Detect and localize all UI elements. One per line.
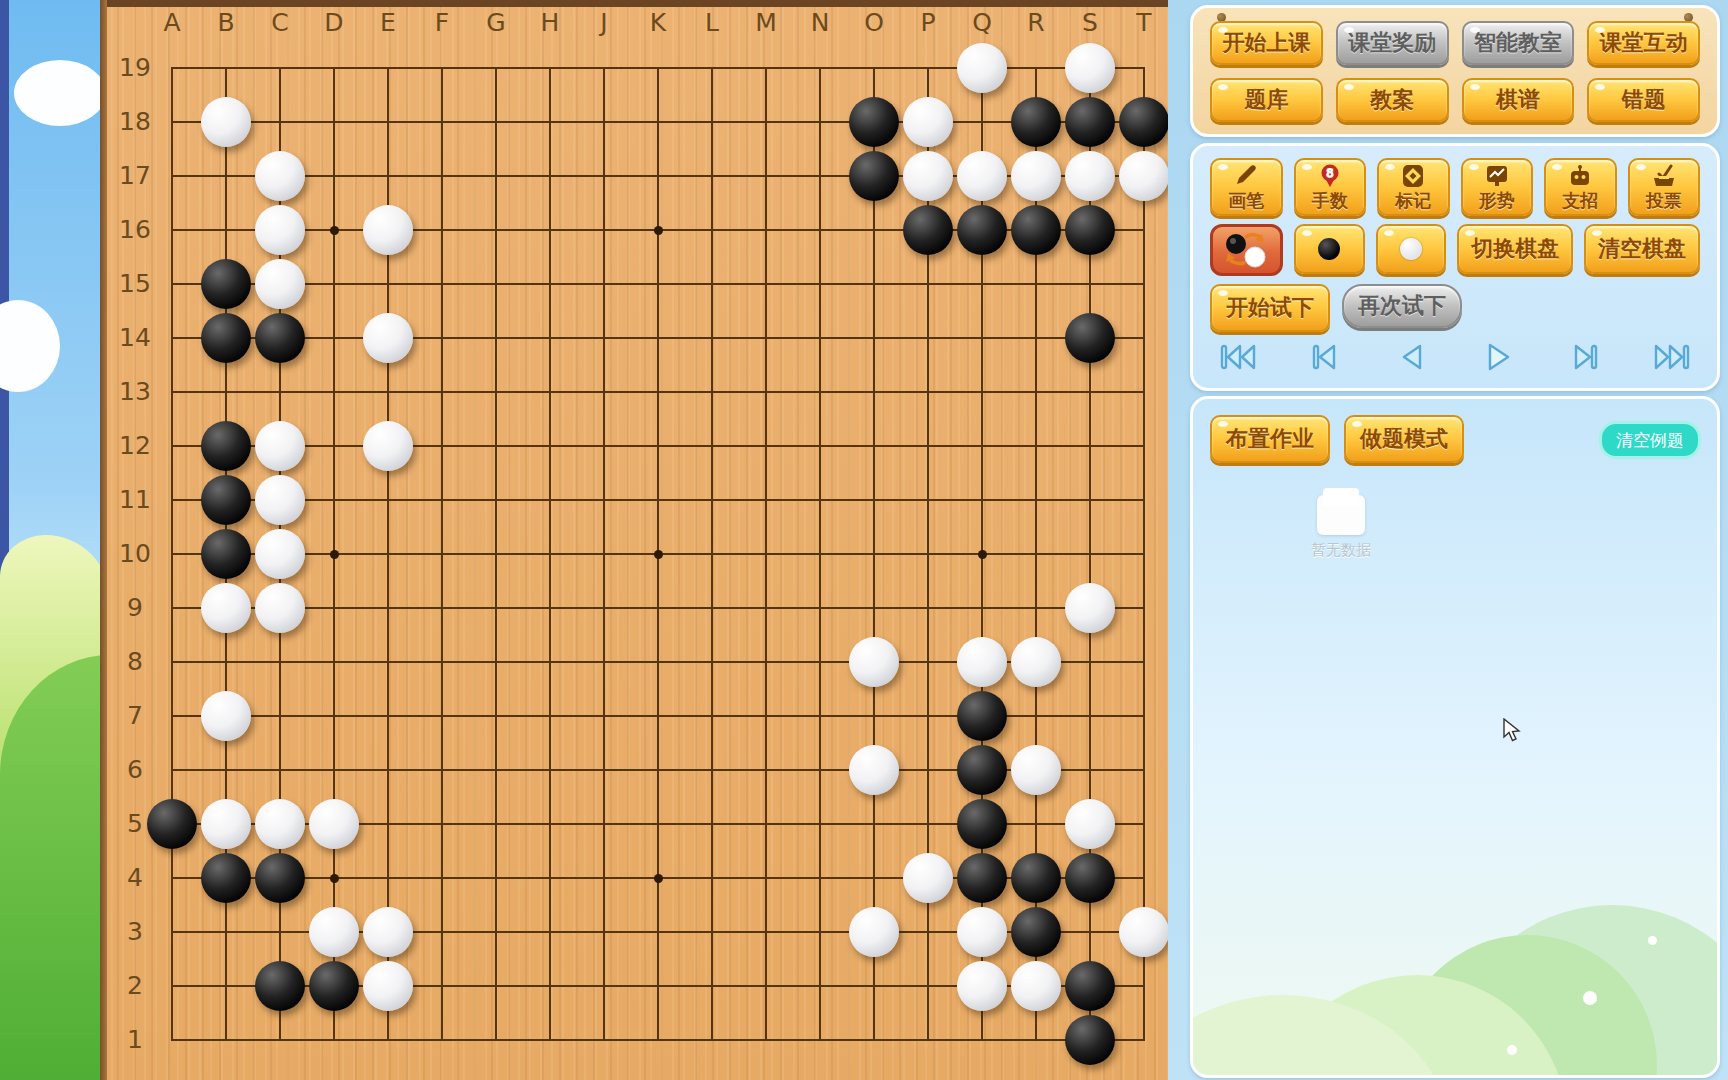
marker-icon bbox=[1400, 164, 1426, 188]
go-stone[interactable] bbox=[1065, 583, 1115, 633]
go-stone[interactable] bbox=[255, 313, 305, 363]
mouse-cursor bbox=[1502, 718, 1522, 742]
go-stone[interactable] bbox=[957, 43, 1007, 93]
board-label: 8 bbox=[112, 647, 158, 676]
go-stone[interactable] bbox=[1011, 961, 1061, 1011]
go-stone[interactable] bbox=[957, 799, 1007, 849]
go-stone[interactable] bbox=[201, 529, 251, 579]
go-stone[interactable] bbox=[957, 691, 1007, 741]
go-stone[interactable] bbox=[1065, 853, 1115, 903]
go-stone[interactable] bbox=[957, 961, 1007, 1011]
svg-text:8: 8 bbox=[1326, 166, 1334, 180]
move-number-button[interactable]: 8 手数 bbox=[1294, 158, 1367, 216]
board-label: R bbox=[1016, 8, 1056, 37]
board-label: T bbox=[1124, 8, 1164, 37]
go-stone[interactable] bbox=[1065, 799, 1115, 849]
board-label: S bbox=[1070, 8, 1110, 37]
go-stone[interactable] bbox=[363, 961, 413, 1011]
board-label: 2 bbox=[112, 971, 158, 1000]
board-label: E bbox=[368, 8, 408, 37]
lesson-plan-button[interactable]: 教案 bbox=[1336, 78, 1449, 122]
go-stone[interactable] bbox=[1011, 97, 1061, 147]
pencil-icon bbox=[1233, 164, 1259, 188]
board-label: 13 bbox=[112, 377, 158, 406]
star-point bbox=[978, 550, 987, 559]
go-stone[interactable] bbox=[957, 853, 1007, 903]
go-stone[interactable] bbox=[147, 799, 197, 849]
board-label: C bbox=[260, 8, 300, 37]
go-stone[interactable] bbox=[957, 151, 1007, 201]
go-stone[interactable] bbox=[201, 475, 251, 525]
board-label: F bbox=[422, 8, 462, 37]
board-label: L bbox=[692, 8, 732, 37]
go-stone[interactable] bbox=[363, 313, 413, 363]
board-label: A bbox=[152, 8, 192, 37]
go-stone[interactable] bbox=[903, 151, 953, 201]
board-label: M bbox=[746, 8, 786, 37]
star-point bbox=[330, 550, 339, 559]
board-label: 18 bbox=[112, 107, 158, 136]
star-point bbox=[654, 874, 663, 883]
cloud-shape bbox=[0, 300, 60, 392]
wrong-problem-button[interactable]: 错题 bbox=[1587, 78, 1700, 122]
swap-stone-color-button[interactable] bbox=[1210, 224, 1283, 276]
go-stone[interactable] bbox=[255, 259, 305, 309]
go-stone[interactable] bbox=[957, 637, 1007, 687]
territory-button[interactable]: 形势 bbox=[1461, 158, 1534, 216]
bush-dot bbox=[1507, 1045, 1517, 1055]
go-stone[interactable] bbox=[309, 961, 359, 1011]
board-label: 14 bbox=[112, 323, 158, 352]
go-stone[interactable] bbox=[1065, 151, 1115, 201]
no-data-icon bbox=[1317, 495, 1365, 535]
go-stone[interactable] bbox=[957, 205, 1007, 255]
go-stone[interactable] bbox=[255, 421, 305, 471]
go-stone[interactable] bbox=[1011, 151, 1061, 201]
skip-to-start-button[interactable] bbox=[1219, 342, 1259, 372]
board-label: P bbox=[908, 8, 948, 37]
go-stone[interactable] bbox=[849, 907, 899, 957]
swap-colors-icon bbox=[1222, 231, 1270, 269]
black-stone-icon bbox=[1318, 238, 1340, 260]
go-stone[interactable] bbox=[255, 151, 305, 201]
grid-line bbox=[819, 67, 821, 1041]
vote-button[interactable]: 投票 bbox=[1628, 158, 1701, 216]
board-label: G bbox=[476, 8, 516, 37]
board-label: J bbox=[584, 8, 624, 37]
class-interaction-button[interactable]: 课堂互动 bbox=[1587, 21, 1700, 65]
grid-line bbox=[441, 67, 443, 1041]
hill-shape bbox=[0, 655, 110, 1080]
board-label: 15 bbox=[112, 269, 158, 298]
go-stone[interactable] bbox=[1065, 205, 1115, 255]
board-label: 4 bbox=[112, 863, 158, 892]
go-stone[interactable] bbox=[201, 421, 251, 471]
go-stone[interactable] bbox=[1065, 961, 1115, 1011]
board-label: 11 bbox=[112, 485, 158, 514]
board-label: 16 bbox=[112, 215, 158, 244]
go-board[interactable]: ABCDEFGHJKLMNOPQRST191817161514131211109… bbox=[100, 0, 1168, 1080]
go-stone[interactable] bbox=[201, 313, 251, 363]
class-reward-button[interactable]: 课堂奖励 bbox=[1336, 21, 1449, 65]
start-class-button[interactable]: 开始上课 bbox=[1210, 21, 1323, 65]
problem-bank-button[interactable]: 题库 bbox=[1210, 78, 1323, 122]
board-edge bbox=[100, 0, 1168, 7]
go-stone[interactable] bbox=[849, 97, 899, 147]
star-point bbox=[330, 226, 339, 235]
switch-board-button[interactable]: 切换棋盘 bbox=[1457, 224, 1573, 274]
go-stone[interactable] bbox=[903, 853, 953, 903]
go-stone[interactable] bbox=[201, 583, 251, 633]
board-edge bbox=[100, 0, 107, 1080]
board-label: 9 bbox=[112, 593, 158, 622]
go-stone[interactable] bbox=[201, 97, 251, 147]
go-stone[interactable] bbox=[363, 907, 413, 957]
board-label: N bbox=[800, 8, 840, 37]
smart-classroom-button[interactable]: 智能教室 bbox=[1462, 21, 1575, 65]
board-label: 17 bbox=[112, 161, 158, 190]
go-stone[interactable] bbox=[1119, 151, 1168, 201]
grid-line bbox=[765, 67, 767, 1041]
go-stone[interactable] bbox=[903, 97, 953, 147]
board-label: 12 bbox=[112, 431, 158, 460]
move-number-icon: 8 bbox=[1317, 164, 1343, 188]
skip-to-end-button[interactable] bbox=[1651, 342, 1691, 372]
go-stone[interactable] bbox=[255, 205, 305, 255]
board-label: K bbox=[638, 8, 678, 37]
grid-line bbox=[1143, 67, 1145, 1041]
board-label: O bbox=[854, 8, 894, 37]
board-label: H bbox=[530, 8, 570, 37]
go-stone[interactable] bbox=[957, 745, 1007, 795]
control-sidebar: 开始上课 课堂奖励 智能教室 课堂互动 题库 教案 棋谱 错题 画笔 bbox=[1168, 0, 1728, 1080]
go-stone[interactable] bbox=[255, 583, 305, 633]
go-stone[interactable] bbox=[849, 151, 899, 201]
go-stone[interactable] bbox=[1065, 1015, 1115, 1065]
go-stone[interactable] bbox=[309, 799, 359, 849]
go-stone[interactable] bbox=[1011, 205, 1061, 255]
white-stone-mode-button[interactable] bbox=[1376, 224, 1447, 274]
go-stone[interactable] bbox=[255, 529, 305, 579]
go-stone[interactable] bbox=[1065, 97, 1115, 147]
classroom-panel: 开始上课 课堂奖励 智能教室 课堂互动 题库 教案 棋谱 错题 bbox=[1190, 5, 1720, 137]
play-forward-button[interactable] bbox=[1478, 342, 1518, 372]
retry-trial-button[interactable]: 再次试下 bbox=[1342, 284, 1462, 328]
grid-line bbox=[873, 67, 875, 1041]
board-label: 1 bbox=[112, 1025, 158, 1054]
go-stone[interactable] bbox=[1065, 313, 1115, 363]
sun-shape bbox=[0, 196, 36, 262]
grid-line bbox=[711, 67, 713, 1041]
clear-board-button[interactable]: 清空棋盘 bbox=[1584, 224, 1700, 274]
go-stone[interactable] bbox=[1011, 745, 1061, 795]
go-stone[interactable] bbox=[849, 637, 899, 687]
step-back-button[interactable] bbox=[1392, 342, 1432, 372]
bush-dot bbox=[1648, 936, 1657, 945]
go-stone[interactable] bbox=[957, 907, 1007, 957]
board-label: 10 bbox=[112, 539, 158, 568]
tools-panel: 画笔 8 手数 标记 形势 bbox=[1190, 143, 1720, 391]
go-stone[interactable] bbox=[201, 853, 251, 903]
star-point bbox=[330, 874, 339, 883]
go-stone[interactable] bbox=[201, 259, 251, 309]
board-label: D bbox=[314, 8, 354, 37]
board-label: 19 bbox=[112, 53, 158, 82]
go-stone[interactable] bbox=[255, 799, 305, 849]
marker-tool-button[interactable]: 标记 bbox=[1377, 158, 1450, 216]
go-stone[interactable] bbox=[903, 205, 953, 255]
start-trial-button[interactable]: 开始试下 bbox=[1210, 284, 1330, 332]
go-stone[interactable] bbox=[1065, 43, 1115, 93]
grid-line bbox=[549, 67, 551, 1041]
pen-tool-button[interactable]: 画笔 bbox=[1210, 158, 1283, 216]
go-stone[interactable] bbox=[255, 475, 305, 525]
problem-mode-button[interactable]: 做题模式 bbox=[1344, 415, 1464, 463]
board-label: B bbox=[206, 8, 246, 37]
bush-dot bbox=[1583, 991, 1597, 1005]
board-label: 6 bbox=[112, 755, 158, 784]
vote-icon bbox=[1651, 164, 1677, 188]
go-stone[interactable] bbox=[849, 745, 899, 795]
go-stone[interactable] bbox=[363, 421, 413, 471]
go-stone[interactable] bbox=[255, 853, 305, 903]
next-move-button[interactable] bbox=[1565, 342, 1605, 372]
go-stone[interactable] bbox=[201, 691, 251, 741]
go-stone[interactable] bbox=[1119, 907, 1168, 957]
no-data-text: 暂无数据 bbox=[1281, 541, 1401, 560]
go-stone[interactable] bbox=[201, 799, 251, 849]
grid-line bbox=[171, 67, 173, 1041]
go-stone[interactable] bbox=[309, 907, 359, 957]
assign-homework-button[interactable]: 布置作业 bbox=[1210, 415, 1330, 463]
go-stone[interactable] bbox=[1011, 853, 1061, 903]
go-stone[interactable] bbox=[1011, 637, 1061, 687]
board-label: 3 bbox=[112, 917, 158, 946]
board-label: Q bbox=[962, 8, 1002, 37]
go-stone[interactable] bbox=[255, 961, 305, 1011]
empty-state: 暂无数据 bbox=[1281, 495, 1401, 560]
go-stone[interactable] bbox=[1119, 97, 1168, 147]
grid-line bbox=[603, 67, 605, 1041]
homework-panel: 布置作业 做题模式 清空例题 暂无数据 bbox=[1190, 396, 1720, 1078]
go-stone[interactable] bbox=[1011, 907, 1061, 957]
cloud-shape bbox=[14, 60, 106, 126]
go-stone[interactable] bbox=[363, 205, 413, 255]
territory-chart-icon bbox=[1484, 164, 1510, 188]
star-point bbox=[654, 226, 663, 235]
previous-move-button[interactable] bbox=[1305, 342, 1345, 372]
hint-button[interactable]: 支招 bbox=[1544, 158, 1617, 216]
white-stone-icon bbox=[1400, 238, 1422, 260]
black-stone-mode-button[interactable] bbox=[1294, 224, 1365, 274]
board-label: 7 bbox=[112, 701, 158, 730]
grid-line bbox=[495, 67, 497, 1041]
robot-hint-icon bbox=[1567, 164, 1593, 188]
clear-examples-button[interactable]: 清空例题 bbox=[1599, 421, 1701, 459]
app-window: { "game": "go", "board": { "size": 19, "… bbox=[0, 0, 1728, 1080]
star-point bbox=[654, 550, 663, 559]
game-record-button[interactable]: 棋谱 bbox=[1462, 78, 1575, 122]
